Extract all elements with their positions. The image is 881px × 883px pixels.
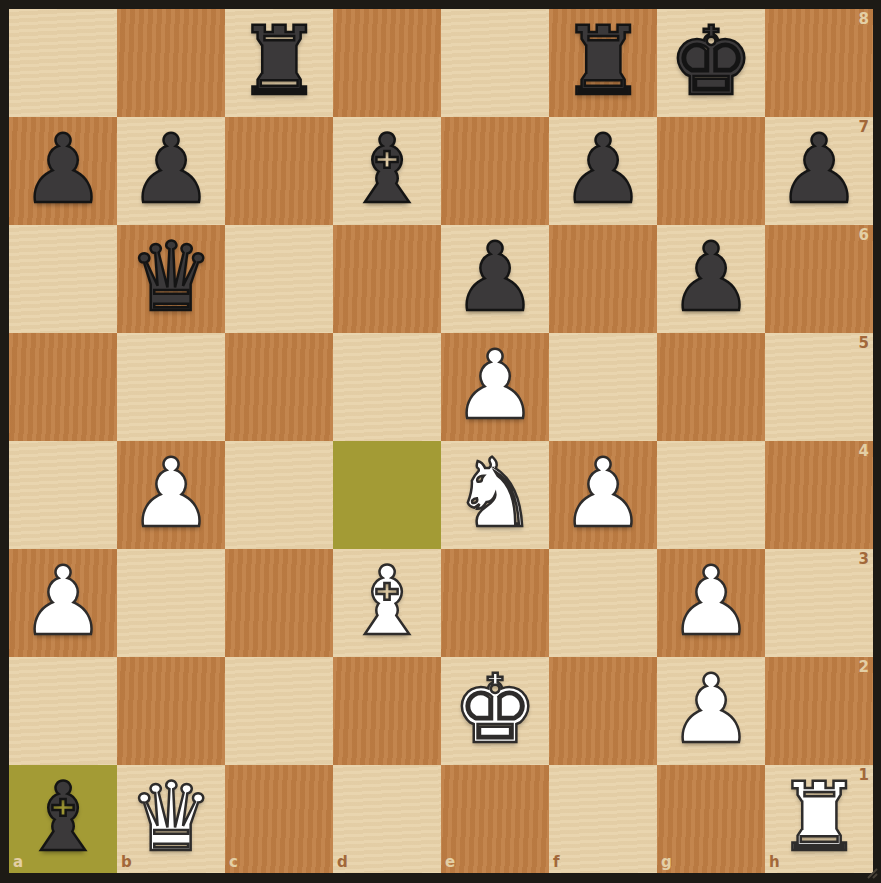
piece-black-pawn[interactable]: ♟ <box>668 223 753 331</box>
board-frame: ♜♜♚8♟♟♝♟7♟♛♟♟6♟5♟♞♟4♟♝♟3♚♟2a♝b♛cdefg1h♜ <box>0 0 881 883</box>
square-f7[interactable]: ♟ <box>549 117 657 225</box>
square-c4[interactable] <box>225 441 333 549</box>
coord-file-label-c: c <box>229 855 238 870</box>
coord-rank-label-5: 5 <box>859 336 869 351</box>
square-d8[interactable] <box>333 9 441 117</box>
piece-white-pawn[interactable]: ♟ <box>668 547 753 655</box>
square-a3[interactable]: ♟ <box>9 549 117 657</box>
square-h4[interactable]: 4 <box>765 441 873 549</box>
piece-black-queen[interactable]: ♛ <box>128 223 213 331</box>
piece-white-bishop[interactable]: ♝ <box>344 547 429 655</box>
piece-black-pawn[interactable]: ♟ <box>20 115 105 223</box>
square-h7[interactable]: 7♟ <box>765 117 873 225</box>
square-g8[interactable]: ♚ <box>657 9 765 117</box>
square-e5[interactable]: ♟ <box>441 333 549 441</box>
square-g5[interactable] <box>657 333 765 441</box>
chess-board: ♜♜♚8♟♟♝♟7♟♛♟♟6♟5♟♞♟4♟♝♟3♚♟2a♝b♛cdefg1h♜ <box>9 9 873 873</box>
coord-rank-label-2: 2 <box>859 660 869 675</box>
square-e6[interactable]: ♟ <box>441 225 549 333</box>
square-d5[interactable] <box>333 333 441 441</box>
piece-black-pawn[interactable]: ♟ <box>560 115 645 223</box>
square-d2[interactable] <box>333 657 441 765</box>
square-b8[interactable] <box>117 9 225 117</box>
square-c5[interactable] <box>225 333 333 441</box>
piece-white-knight[interactable]: ♞ <box>452 439 537 547</box>
square-h5[interactable]: 5 <box>765 333 873 441</box>
piece-white-pawn[interactable]: ♟ <box>560 439 645 547</box>
square-c3[interactable] <box>225 549 333 657</box>
piece-black-rook[interactable]: ♜ <box>560 7 645 115</box>
coord-rank-label-6: 6 <box>859 228 869 243</box>
square-a8[interactable] <box>9 9 117 117</box>
square-d7[interactable]: ♝ <box>333 117 441 225</box>
square-f8[interactable]: ♜ <box>549 9 657 117</box>
square-e3[interactable] <box>441 549 549 657</box>
square-c1[interactable]: c <box>225 765 333 873</box>
square-h6[interactable]: 6 <box>765 225 873 333</box>
square-b4[interactable]: ♟ <box>117 441 225 549</box>
square-b6[interactable]: ♛ <box>117 225 225 333</box>
coord-file-label-e: e <box>445 855 455 870</box>
square-b2[interactable] <box>117 657 225 765</box>
square-f5[interactable] <box>549 333 657 441</box>
piece-black-pawn[interactable]: ♟ <box>128 115 213 223</box>
square-b5[interactable] <box>117 333 225 441</box>
square-g3[interactable]: ♟ <box>657 549 765 657</box>
piece-white-king[interactable]: ♚ <box>452 655 537 763</box>
square-g1[interactable]: g <box>657 765 765 873</box>
square-b1[interactable]: b♛ <box>117 765 225 873</box>
square-a4[interactable] <box>9 441 117 549</box>
piece-white-pawn[interactable]: ♟ <box>128 439 213 547</box>
coord-file-label-g: g <box>661 855 672 870</box>
square-h3[interactable]: 3 <box>765 549 873 657</box>
square-g4[interactable] <box>657 441 765 549</box>
resize-handle-icon[interactable] <box>862 863 878 879</box>
piece-white-rook[interactable]: ♜ <box>776 763 861 871</box>
square-f2[interactable] <box>549 657 657 765</box>
square-a1[interactable]: a♝ <box>9 765 117 873</box>
coord-file-label-f: f <box>553 855 560 870</box>
square-d3[interactable]: ♝ <box>333 549 441 657</box>
coord-rank-label-4: 4 <box>859 444 869 459</box>
square-d1[interactable]: d <box>333 765 441 873</box>
square-d4[interactable] <box>333 441 441 549</box>
square-d6[interactable] <box>333 225 441 333</box>
square-f3[interactable] <box>549 549 657 657</box>
square-g6[interactable]: ♟ <box>657 225 765 333</box>
square-e8[interactable] <box>441 9 549 117</box>
square-h8[interactable]: 8 <box>765 9 873 117</box>
square-c7[interactable] <box>225 117 333 225</box>
square-h2[interactable]: 2 <box>765 657 873 765</box>
square-e4[interactable]: ♞ <box>441 441 549 549</box>
square-f1[interactable]: f <box>549 765 657 873</box>
piece-white-queen[interactable]: ♛ <box>128 763 213 871</box>
piece-black-bishop[interactable]: ♝ <box>20 763 105 871</box>
piece-black-pawn[interactable]: ♟ <box>776 115 861 223</box>
square-f4[interactable]: ♟ <box>549 441 657 549</box>
square-f6[interactable] <box>549 225 657 333</box>
piece-white-pawn[interactable]: ♟ <box>452 331 537 439</box>
square-c6[interactable] <box>225 225 333 333</box>
square-a7[interactable]: ♟ <box>9 117 117 225</box>
square-b3[interactable] <box>117 549 225 657</box>
square-e2[interactable]: ♚ <box>441 657 549 765</box>
piece-white-pawn[interactable]: ♟ <box>668 655 753 763</box>
piece-black-king[interactable]: ♚ <box>668 7 753 115</box>
square-b7[interactable]: ♟ <box>117 117 225 225</box>
square-h1[interactable]: 1h♜ <box>765 765 873 873</box>
piece-white-pawn[interactable]: ♟ <box>20 547 105 655</box>
square-e1[interactable]: e <box>441 765 549 873</box>
coord-file-label-d: d <box>337 855 348 870</box>
piece-black-pawn[interactable]: ♟ <box>452 223 537 331</box>
coord-rank-label-8: 8 <box>859 12 869 27</box>
square-a5[interactable] <box>9 333 117 441</box>
coord-rank-label-3: 3 <box>859 552 869 567</box>
square-a6[interactable] <box>9 225 117 333</box>
square-g2[interactable]: ♟ <box>657 657 765 765</box>
square-a2[interactable] <box>9 657 117 765</box>
square-e7[interactable] <box>441 117 549 225</box>
square-g7[interactable] <box>657 117 765 225</box>
square-c8[interactable]: ♜ <box>225 9 333 117</box>
piece-black-rook[interactable]: ♜ <box>236 7 321 115</box>
square-c2[interactable] <box>225 657 333 765</box>
piece-black-bishop[interactable]: ♝ <box>344 115 429 223</box>
